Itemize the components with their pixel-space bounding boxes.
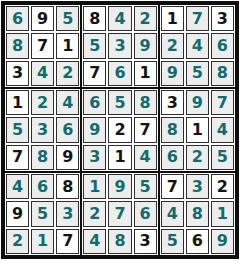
cell-r8c2[interactable]: 5 (31, 201, 54, 226)
cell-r8c1[interactable]: 9 (6, 201, 29, 226)
cell-r2c5[interactable]: 3 (108, 33, 131, 58)
cell-r4c7[interactable]: 3 (161, 90, 184, 115)
cell-r3c5[interactable]: 6 (108, 61, 131, 86)
cell-r4c2[interactable]: 2 (31, 90, 54, 115)
cell-r5c3[interactable]: 6 (56, 117, 79, 142)
cell-r6c2[interactable]: 8 (31, 145, 54, 170)
box-2-2: 658927314 (81, 88, 158, 172)
cell-r4c4[interactable]: 6 (83, 90, 106, 115)
cell-r2c8[interactable]: 4 (186, 33, 209, 58)
box-2-3: 397814625 (159, 88, 236, 172)
cell-r3c8[interactable]: 5 (186, 61, 209, 86)
cell-r1c1[interactable]: 6 (6, 6, 29, 31)
cell-r9c8[interactable]: 6 (186, 229, 209, 254)
cell-r4c1[interactable]: 1 (6, 90, 29, 115)
cell-r7c3[interactable]: 8 (56, 174, 79, 199)
box-3-2: 195276483 (81, 172, 158, 256)
cell-r7c1[interactable]: 4 (6, 174, 29, 199)
cell-r7c4[interactable]: 1 (83, 174, 106, 199)
cell-r3c1[interactable]: 3 (6, 61, 29, 86)
sudoku-board: 6958713428425397611732469581245367896589… (1, 1, 239, 259)
cell-r6c9[interactable]: 5 (211, 145, 234, 170)
cell-r3c6[interactable]: 1 (134, 61, 157, 86)
cell-r4c6[interactable]: 8 (134, 90, 157, 115)
cell-r2c6[interactable]: 9 (134, 33, 157, 58)
cell-r5c9[interactable]: 4 (211, 117, 234, 142)
box-1-2: 842539761 (81, 4, 158, 88)
cell-r8c6[interactable]: 6 (134, 201, 157, 226)
cell-r2c2[interactable]: 7 (31, 33, 54, 58)
cell-r1c7[interactable]: 1 (161, 6, 184, 31)
cell-r6c7[interactable]: 6 (161, 145, 184, 170)
cell-r2c7[interactable]: 2 (161, 33, 184, 58)
cell-r5c1[interactable]: 5 (6, 117, 29, 142)
cell-r4c5[interactable]: 5 (108, 90, 131, 115)
box-1-1: 695871342 (4, 4, 81, 88)
cell-r9c6[interactable]: 3 (134, 229, 157, 254)
cell-r7c8[interactable]: 3 (186, 174, 209, 199)
cell-r2c1[interactable]: 8 (6, 33, 29, 58)
cell-r8c3[interactable]: 3 (56, 201, 79, 226)
cell-r5c7[interactable]: 8 (161, 117, 184, 142)
cell-r1c3[interactable]: 5 (56, 6, 79, 31)
cell-r5c4[interactable]: 9 (83, 117, 106, 142)
cell-r7c5[interactable]: 9 (108, 174, 131, 199)
cell-r7c6[interactable]: 5 (134, 174, 157, 199)
cell-r2c4[interactable]: 5 (83, 33, 106, 58)
cell-r9c4[interactable]: 4 (83, 229, 106, 254)
cell-r8c9[interactable]: 1 (211, 201, 234, 226)
cell-r6c6[interactable]: 4 (134, 145, 157, 170)
cell-r7c2[interactable]: 6 (31, 174, 54, 199)
cell-r6c8[interactable]: 2 (186, 145, 209, 170)
cell-r1c9[interactable]: 3 (211, 6, 234, 31)
cell-r9c7[interactable]: 5 (161, 229, 184, 254)
cell-r2c3[interactable]: 1 (56, 33, 79, 58)
cell-r8c8[interactable]: 8 (186, 201, 209, 226)
cell-r5c5[interactable]: 2 (108, 117, 131, 142)
cell-r5c2[interactable]: 3 (31, 117, 54, 142)
cell-r9c3[interactable]: 7 (56, 229, 79, 254)
cell-r3c9[interactable]: 8 (211, 61, 234, 86)
box-2-1: 124536789 (4, 88, 81, 172)
cell-r9c9[interactable]: 9 (211, 229, 234, 254)
cell-r6c5[interactable]: 1 (108, 145, 131, 170)
cell-r4c3[interactable]: 4 (56, 90, 79, 115)
cell-r1c6[interactable]: 2 (134, 6, 157, 31)
cell-r3c7[interactable]: 9 (161, 61, 184, 86)
cell-r4c8[interactable]: 9 (186, 90, 209, 115)
box-3-1: 468953217 (4, 172, 81, 256)
cell-r2c9[interactable]: 6 (211, 33, 234, 58)
cell-r3c2[interactable]: 4 (31, 61, 54, 86)
cell-r7c9[interactable]: 2 (211, 174, 234, 199)
cell-r5c8[interactable]: 1 (186, 117, 209, 142)
cell-r9c5[interactable]: 8 (108, 229, 131, 254)
cell-r1c4[interactable]: 8 (83, 6, 106, 31)
cell-r7c7[interactable]: 7 (161, 174, 184, 199)
cell-r6c4[interactable]: 3 (83, 145, 106, 170)
cell-r8c7[interactable]: 4 (161, 201, 184, 226)
cell-r6c3[interactable]: 9 (56, 145, 79, 170)
cell-r8c5[interactable]: 7 (108, 201, 131, 226)
cell-r5c6[interactable]: 7 (134, 117, 157, 142)
cell-r3c3[interactable]: 2 (56, 61, 79, 86)
cell-r9c1[interactable]: 2 (6, 229, 29, 254)
box-3-3: 732481569 (159, 172, 236, 256)
box-1-3: 173246958 (159, 4, 236, 88)
cell-r6c1[interactable]: 7 (6, 145, 29, 170)
cell-r9c2[interactable]: 1 (31, 229, 54, 254)
cell-r1c5[interactable]: 4 (108, 6, 131, 31)
cell-r8c4[interactable]: 2 (83, 201, 106, 226)
cell-r1c8[interactable]: 7 (186, 6, 209, 31)
cell-r4c9[interactable]: 7 (211, 90, 234, 115)
cell-r3c4[interactable]: 7 (83, 61, 106, 86)
cell-r1c2[interactable]: 9 (31, 6, 54, 31)
